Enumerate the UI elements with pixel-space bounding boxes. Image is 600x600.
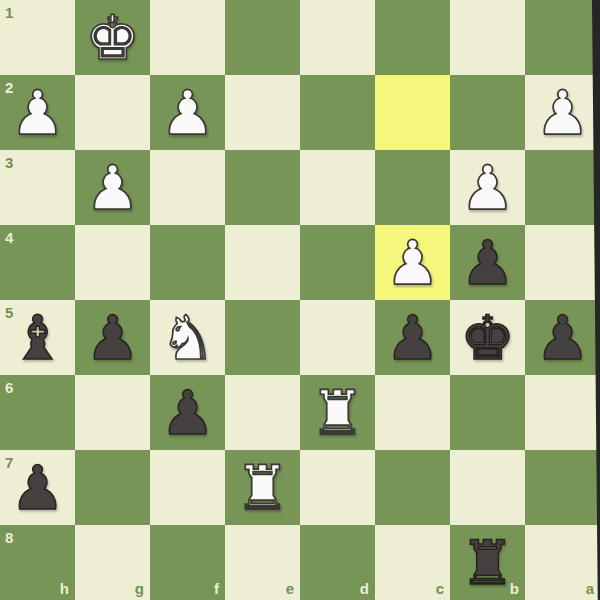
square-c2[interactable] bbox=[375, 75, 450, 150]
square-h4[interactable]: 4 bbox=[0, 225, 75, 300]
file-label-f: f bbox=[214, 580, 219, 597]
square-h6[interactable]: 6 bbox=[0, 375, 75, 450]
square-b4[interactable]: ♟ bbox=[450, 225, 525, 300]
piece-black-pawn[interactable]: ♟ bbox=[75, 300, 150, 375]
piece-black-pawn[interactable]: ♟ bbox=[0, 450, 75, 525]
square-e7[interactable]: ♜ bbox=[225, 450, 300, 525]
square-d7[interactable] bbox=[300, 450, 375, 525]
square-h8[interactable]: 8h bbox=[0, 525, 75, 600]
square-g7[interactable] bbox=[75, 450, 150, 525]
square-f5[interactable]: ♞ bbox=[150, 300, 225, 375]
piece-black-pawn[interactable]: ♟ bbox=[150, 375, 225, 450]
piece-white-pawn[interactable]: ♟ bbox=[525, 75, 600, 150]
piece-white-pawn[interactable]: ♟ bbox=[75, 150, 150, 225]
square-d2[interactable] bbox=[300, 75, 375, 150]
square-g4[interactable] bbox=[75, 225, 150, 300]
square-c1[interactable] bbox=[375, 0, 450, 75]
square-g8[interactable]: g bbox=[75, 525, 150, 600]
square-d1[interactable] bbox=[300, 0, 375, 75]
square-a3[interactable] bbox=[525, 150, 600, 225]
square-g1[interactable]: ♚ bbox=[75, 0, 150, 75]
square-e6[interactable] bbox=[225, 375, 300, 450]
file-label-e: e bbox=[286, 580, 294, 597]
piece-black-bishop[interactable]: ♝ bbox=[0, 300, 75, 375]
square-b3[interactable]: ♟ bbox=[450, 150, 525, 225]
square-e8[interactable]: e bbox=[225, 525, 300, 600]
square-e4[interactable] bbox=[225, 225, 300, 300]
square-d6[interactable]: ♜ bbox=[300, 375, 375, 450]
square-a6[interactable] bbox=[525, 375, 600, 450]
square-f4[interactable] bbox=[150, 225, 225, 300]
square-b8[interactable]: b♜ bbox=[450, 525, 525, 600]
rank-label-1: 1 bbox=[5, 4, 13, 21]
square-e2[interactable] bbox=[225, 75, 300, 150]
square-d8[interactable]: d bbox=[300, 525, 375, 600]
square-g3[interactable]: ♟ bbox=[75, 150, 150, 225]
square-h2[interactable]: 2♟ bbox=[0, 75, 75, 150]
square-h3[interactable]: 3 bbox=[0, 150, 75, 225]
square-f8[interactable]: f bbox=[150, 525, 225, 600]
square-e5[interactable] bbox=[225, 300, 300, 375]
square-a5[interactable]: ♟ bbox=[525, 300, 600, 375]
file-label-a: a bbox=[586, 580, 594, 597]
square-f7[interactable] bbox=[150, 450, 225, 525]
rank-label-4: 4 bbox=[5, 229, 13, 246]
square-c5[interactable]: ♟ bbox=[375, 300, 450, 375]
square-g2[interactable] bbox=[75, 75, 150, 150]
piece-white-pawn[interactable]: ♟ bbox=[450, 150, 525, 225]
piece-white-pawn[interactable]: ♟ bbox=[150, 75, 225, 150]
rank-label-3: 3 bbox=[5, 154, 13, 171]
piece-white-pawn[interactable]: ♟ bbox=[0, 75, 75, 150]
square-h1[interactable]: 1 bbox=[0, 0, 75, 75]
square-c7[interactable] bbox=[375, 450, 450, 525]
square-f6[interactable]: ♟ bbox=[150, 375, 225, 450]
piece-black-pawn[interactable]: ♟ bbox=[450, 225, 525, 300]
square-d5[interactable] bbox=[300, 300, 375, 375]
square-b7[interactable] bbox=[450, 450, 525, 525]
square-b5[interactable]: ♚ bbox=[450, 300, 525, 375]
piece-white-pawn[interactable]: ♟ bbox=[375, 225, 450, 300]
piece-black-pawn[interactable]: ♟ bbox=[375, 300, 450, 375]
piece-black-rook[interactable]: ♜ bbox=[450, 525, 525, 600]
square-h7[interactable]: 7♟ bbox=[0, 450, 75, 525]
square-b6[interactable] bbox=[450, 375, 525, 450]
chess-app-window: 1♚2♟♟♟3♟♟4♟♟5♝♟♞♟♚♟6♟♜7♟♜8hgfedcb♜a bbox=[0, 0, 600, 600]
square-b1[interactable] bbox=[450, 0, 525, 75]
square-e3[interactable] bbox=[225, 150, 300, 225]
square-a2[interactable]: ♟ bbox=[525, 75, 600, 150]
square-c6[interactable] bbox=[375, 375, 450, 450]
square-e1[interactable] bbox=[225, 0, 300, 75]
piece-white-knight[interactable]: ♞ bbox=[150, 300, 225, 375]
square-d4[interactable] bbox=[300, 225, 375, 300]
square-a8[interactable]: a bbox=[525, 525, 600, 600]
piece-white-king[interactable]: ♚ bbox=[75, 0, 150, 75]
file-label-h: h bbox=[60, 580, 69, 597]
piece-black-pawn[interactable]: ♟ bbox=[525, 300, 600, 375]
square-g6[interactable] bbox=[75, 375, 150, 450]
square-c8[interactable]: c bbox=[375, 525, 450, 600]
rank-label-8: 8 bbox=[5, 529, 13, 546]
square-d3[interactable] bbox=[300, 150, 375, 225]
square-h5[interactable]: 5♝ bbox=[0, 300, 75, 375]
square-a7[interactable] bbox=[525, 450, 600, 525]
square-f1[interactable] bbox=[150, 0, 225, 75]
square-a4[interactable] bbox=[525, 225, 600, 300]
file-label-d: d bbox=[360, 580, 369, 597]
rank-label-6: 6 bbox=[5, 379, 13, 396]
piece-white-rook[interactable]: ♜ bbox=[225, 450, 300, 525]
piece-white-rook[interactable]: ♜ bbox=[300, 375, 375, 450]
square-c4[interactable]: ♟ bbox=[375, 225, 450, 300]
file-label-c: c bbox=[436, 580, 444, 597]
square-g5[interactable]: ♟ bbox=[75, 300, 150, 375]
file-label-g: g bbox=[135, 580, 144, 597]
chess-board: 1♚2♟♟♟3♟♟4♟♟5♝♟♞♟♚♟6♟♜7♟♜8hgfedcb♜a bbox=[0, 0, 600, 600]
square-a1[interactable] bbox=[525, 0, 600, 75]
square-f3[interactable] bbox=[150, 150, 225, 225]
square-f2[interactable]: ♟ bbox=[150, 75, 225, 150]
piece-black-king[interactable]: ♚ bbox=[450, 300, 525, 375]
square-c3[interactable] bbox=[375, 150, 450, 225]
square-b2[interactable] bbox=[450, 75, 525, 150]
